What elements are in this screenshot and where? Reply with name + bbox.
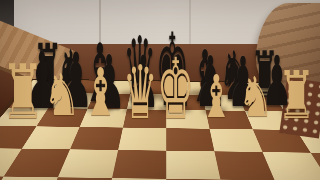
knight-glyph: ♞ [238,70,274,125]
piece-shadow [29,90,63,97]
piece-shadow [55,90,86,97]
pawn-glyph: ♟ [59,43,93,119]
piece-shadow [281,108,309,115]
piece-shadow [227,95,256,102]
knight-glyph: ♞ [43,66,80,124]
knight-glyph: ♞ [218,43,251,110]
piece-shadow [123,106,154,113]
pawn-glyph: ♟ [262,47,293,116]
pawn-glyph: ♟ [92,45,125,119]
piece-shadow [58,96,90,103]
bishop-glyph: ♝ [200,67,233,126]
knight-glyph: ♞ [55,40,89,113]
piece-shadow [194,95,223,102]
pawn-glyph: ♟ [194,47,225,117]
piece-shadow [160,95,189,102]
piece-shadow [157,106,192,113]
king-glyph: ♚ [157,47,195,131]
piece-shadow [24,96,57,103]
piece-shadow [243,107,266,114]
pawn-glyph: ♟ [25,42,60,120]
queen-glyph: ♛ [123,25,156,118]
piece-shadow [149,92,191,99]
bishop-glyph: ♝ [83,60,120,126]
queen-glyph: ♛ [123,55,157,129]
piece-shadow [48,105,72,112]
rook-glyph: ♜ [278,63,316,129]
piece-shadow [202,107,227,114]
bishop-glyph: ♝ [82,34,118,114]
piece-shadow [119,91,158,98]
piece-shadow [92,96,123,103]
pawn-glyph: ♟ [228,48,259,117]
piece-shadow [85,105,113,112]
piece-shadow [81,90,115,97]
king-glyph: ♚ [155,20,189,121]
pieces-layer: ♜♞♝♛♚♝♞♜♟♟♟♟♟♟♟♟♜♞♝♛♚♝♞♜ [0,0,320,180]
piece-shadow [5,107,37,114]
photo-frame: ♜♞♝♛♚♝♞♜♟♟♟♟♟♟♟♟♜♞♝♛♚♝♞♜ [0,0,320,180]
bishop-glyph: ♝ [189,41,221,112]
rook-glyph: ♜ [1,55,45,130]
pawn-glyph: ♟ [127,46,159,118]
piece-shadow [250,87,277,94]
piece-shadow [126,96,156,103]
rook-glyph: ♜ [251,43,280,107]
rook-glyph: ♜ [33,34,63,114]
piece-shadow [219,89,247,96]
piece-shadow [261,94,290,101]
pawn-glyph: ♟ [160,47,191,117]
piece-shadow [188,90,218,97]
